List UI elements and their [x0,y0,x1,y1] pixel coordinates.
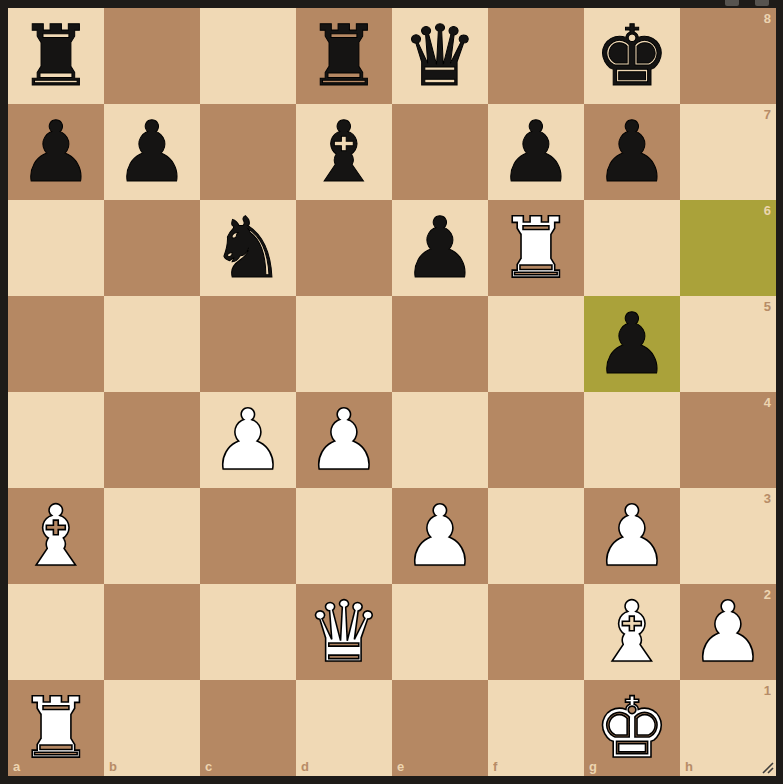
board-resize-handle[interactable] [759,759,775,775]
square-f3[interactable] [488,488,584,584]
piece-black-knight[interactable]: ♞ [200,200,296,296]
square-g3[interactable]: ♟ [584,488,680,584]
square-f5[interactable] [488,296,584,392]
square-a4[interactable] [8,392,104,488]
square-h7[interactable]: 7 [680,104,776,200]
square-b7[interactable]: ♟ [104,104,200,200]
coord-rank-7: 7 [764,108,771,121]
square-a3[interactable]: ♝ [8,488,104,584]
coord-file-f: f [493,760,497,773]
square-f6[interactable]: ♜ [488,200,584,296]
square-g7[interactable]: ♟ [584,104,680,200]
square-e8[interactable]: ♛ [392,8,488,104]
coord-rank-3: 3 [764,492,771,505]
square-c7[interactable] [200,104,296,200]
square-e5[interactable] [392,296,488,392]
coord-rank-5: 5 [764,300,771,313]
piece-black-bishop[interactable]: ♝ [296,104,392,200]
square-c1[interactable]: c [200,680,296,776]
square-d6[interactable] [296,200,392,296]
square-g2[interactable]: ♝ [584,584,680,680]
square-f8[interactable] [488,8,584,104]
square-c2[interactable] [200,584,296,680]
coord-file-e: e [397,760,404,773]
square-b3[interactable] [104,488,200,584]
square-c3[interactable] [200,488,296,584]
square-f4[interactable] [488,392,584,488]
square-b6[interactable] [104,200,200,296]
square-h8[interactable]: 8 [680,8,776,104]
square-h3[interactable]: 3 [680,488,776,584]
piece-black-king[interactable]: ♚ [584,8,680,104]
piece-white-king[interactable]: ♚ [584,680,680,776]
coord-rank-6: 6 [764,204,771,217]
piece-white-pawn[interactable]: ♟ [584,488,680,584]
square-d7[interactable]: ♝ [296,104,392,200]
square-b1[interactable]: b [104,680,200,776]
piece-black-pawn[interactable]: ♟ [584,296,680,392]
square-h6[interactable]: 6 [680,200,776,296]
coord-rank-1: 1 [764,684,771,697]
square-a1[interactable]: ♜a [8,680,104,776]
piece-white-rook[interactable]: ♜ [8,680,104,776]
piece-black-pawn[interactable]: ♟ [104,104,200,200]
square-g5[interactable]: ♟ [584,296,680,392]
square-e7[interactable] [392,104,488,200]
square-e1[interactable]: e [392,680,488,776]
square-e3[interactable]: ♟ [392,488,488,584]
square-h5[interactable]: 5 [680,296,776,392]
square-e4[interactable] [392,392,488,488]
resize-diagonal-lines-icon [759,759,775,775]
square-f7[interactable]: ♟ [488,104,584,200]
piece-black-queen[interactable]: ♛ [392,8,488,104]
coord-file-b: b [109,760,117,773]
square-a8[interactable]: ♜ [8,8,104,104]
square-a2[interactable] [8,584,104,680]
coord-rank-4: 4 [764,396,771,409]
square-b4[interactable] [104,392,200,488]
square-d1[interactable]: d [296,680,392,776]
square-c4[interactable]: ♟ [200,392,296,488]
piece-white-queen[interactable]: ♛ [296,584,392,680]
piece-black-rook[interactable]: ♜ [8,8,104,104]
square-e2[interactable] [392,584,488,680]
piece-white-pawn[interactable]: ♟ [200,392,296,488]
coord-file-d: d [301,760,309,773]
square-f1[interactable]: f [488,680,584,776]
coord-file-h: h [685,760,693,773]
square-b5[interactable] [104,296,200,392]
coord-rank-8: 8 [764,12,771,25]
piece-black-rook[interactable]: ♜ [296,8,392,104]
square-g8[interactable]: ♚ [584,8,680,104]
square-c5[interactable] [200,296,296,392]
square-g6[interactable] [584,200,680,296]
coord-file-c: c [205,760,212,773]
square-d4[interactable]: ♟ [296,392,392,488]
square-c6[interactable]: ♞ [200,200,296,296]
piece-white-rook[interactable]: ♜ [488,200,584,296]
square-h4[interactable]: 4 [680,392,776,488]
square-b8[interactable] [104,8,200,104]
square-c8[interactable] [200,8,296,104]
piece-black-pawn[interactable]: ♟ [8,104,104,200]
square-a5[interactable] [8,296,104,392]
piece-white-bishop[interactable]: ♝ [8,488,104,584]
square-d2[interactable]: ♛ [296,584,392,680]
square-f2[interactable] [488,584,584,680]
square-g4[interactable] [584,392,680,488]
square-d8[interactable]: ♜ [296,8,392,104]
square-h2[interactable]: ♟2 [680,584,776,680]
piece-black-pawn[interactable]: ♟ [392,200,488,296]
square-a6[interactable] [8,200,104,296]
square-e6[interactable]: ♟ [392,200,488,296]
square-b2[interactable] [104,584,200,680]
cutoff-ui-tab[interactable] [725,0,739,6]
square-d5[interactable] [296,296,392,392]
piece-white-pawn[interactable]: ♟ [392,488,488,584]
square-d3[interactable] [296,488,392,584]
chess-board: ♜♜♛♚8♟♟♝♟♟7♞♟♜6♟5♟♟4♝♟♟3♛♝♟2♜abcdef♚g1h [8,8,776,776]
square-g1[interactable]: ♚g [584,680,680,776]
piece-white-pawn[interactable]: ♟ [296,392,392,488]
cutoff-ui-tab[interactable] [755,0,769,6]
square-a7[interactable]: ♟ [8,104,104,200]
piece-white-pawn[interactable]: ♟ [680,584,776,680]
piece-black-pawn[interactable]: ♟ [488,104,584,200]
piece-white-bishop[interactable]: ♝ [584,584,680,680]
piece-black-pawn[interactable]: ♟ [584,104,680,200]
